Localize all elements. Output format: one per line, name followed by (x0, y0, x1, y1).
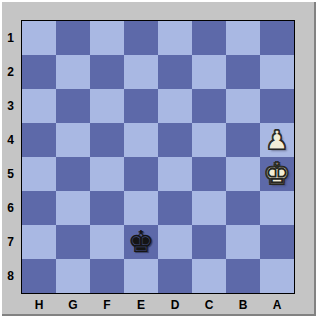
rank-label-8: 8 (0, 259, 21, 293)
square-e6[interactable] (124, 191, 158, 225)
square-h5[interactable] (22, 157, 56, 191)
square-b2[interactable] (226, 55, 260, 89)
square-c5[interactable] (192, 157, 226, 191)
rank-label-6: 6 (0, 191, 21, 225)
square-b3[interactable] (226, 89, 260, 123)
square-b5[interactable] (226, 157, 260, 191)
square-e2[interactable] (124, 55, 158, 89)
square-e3[interactable] (124, 89, 158, 123)
rank-labels: 1 2 3 4 5 6 7 8 (0, 21, 21, 293)
white-pawn[interactable]: ♟ (265, 123, 288, 157)
square-g8[interactable] (56, 259, 90, 293)
file-labels: H G F E D C B A (22, 295, 294, 314)
rank-label-5: 5 (0, 157, 21, 191)
square-b7[interactable] (226, 225, 260, 259)
square-a2[interactable] (260, 55, 294, 89)
square-f6[interactable] (90, 191, 124, 225)
black-king[interactable]: ♚ (128, 225, 155, 259)
square-h4[interactable] (22, 123, 56, 157)
square-c7[interactable] (192, 225, 226, 259)
square-f7[interactable] (90, 225, 124, 259)
square-b6[interactable] (226, 191, 260, 225)
square-h8[interactable] (22, 259, 56, 293)
square-a4[interactable]: ♟ (260, 123, 294, 157)
square-h6[interactable] (22, 191, 56, 225)
square-h2[interactable] (22, 55, 56, 89)
file-label-c: C (192, 295, 226, 314)
square-d8[interactable] (158, 259, 192, 293)
square-c4[interactable] (192, 123, 226, 157)
square-g1[interactable] (56, 21, 90, 55)
square-d2[interactable] (158, 55, 192, 89)
square-d1[interactable] (158, 21, 192, 55)
square-e4[interactable] (124, 123, 158, 157)
chess-board: ♟♚♚ (21, 20, 295, 294)
rank-label-2: 2 (0, 55, 21, 89)
square-e5[interactable] (124, 157, 158, 191)
square-g4[interactable] (56, 123, 90, 157)
square-c3[interactable] (192, 89, 226, 123)
square-f2[interactable] (90, 55, 124, 89)
square-e7[interactable]: ♚ (124, 225, 158, 259)
square-a5[interactable]: ♚ (260, 157, 294, 191)
file-label-h: H (22, 295, 56, 314)
square-d5[interactable] (158, 157, 192, 191)
rank-label-3: 3 (0, 89, 21, 123)
file-label-f: F (90, 295, 124, 314)
square-a6[interactable] (260, 191, 294, 225)
white-king[interactable]: ♚ (264, 157, 291, 191)
square-c2[interactable] (192, 55, 226, 89)
square-g5[interactable] (56, 157, 90, 191)
file-label-d: D (158, 295, 192, 314)
file-label-b: B (226, 295, 260, 314)
rank-label-4: 4 (0, 123, 21, 157)
rank-label-7: 7 (0, 225, 21, 259)
square-d6[interactable] (158, 191, 192, 225)
square-g7[interactable] (56, 225, 90, 259)
file-label-e: E (124, 295, 158, 314)
square-g2[interactable] (56, 55, 90, 89)
square-b8[interactable] (226, 259, 260, 293)
square-d7[interactable] (158, 225, 192, 259)
square-e1[interactable] (124, 21, 158, 55)
square-f4[interactable] (90, 123, 124, 157)
square-g6[interactable] (56, 191, 90, 225)
square-c1[interactable] (192, 21, 226, 55)
square-a8[interactable] (260, 259, 294, 293)
square-a3[interactable] (260, 89, 294, 123)
square-a7[interactable] (260, 225, 294, 259)
square-f8[interactable] (90, 259, 124, 293)
square-f3[interactable] (90, 89, 124, 123)
square-c6[interactable] (192, 191, 226, 225)
square-d4[interactable] (158, 123, 192, 157)
square-c8[interactable] (192, 259, 226, 293)
square-b4[interactable] (226, 123, 260, 157)
file-label-a: A (260, 295, 294, 314)
square-h1[interactable] (22, 21, 56, 55)
board-frame: 1 2 3 4 5 6 7 8 ♟♚♚ H G F E D C B A (0, 0, 316, 316)
rank-label-1: 1 (0, 21, 21, 55)
square-a1[interactable] (260, 21, 294, 55)
square-e8[interactable] (124, 259, 158, 293)
square-f1[interactable] (90, 21, 124, 55)
square-b1[interactable] (226, 21, 260, 55)
square-h7[interactable] (22, 225, 56, 259)
square-g3[interactable] (56, 89, 90, 123)
square-d3[interactable] (158, 89, 192, 123)
square-h3[interactable] (22, 89, 56, 123)
file-label-g: G (56, 295, 90, 314)
square-f5[interactable] (90, 157, 124, 191)
